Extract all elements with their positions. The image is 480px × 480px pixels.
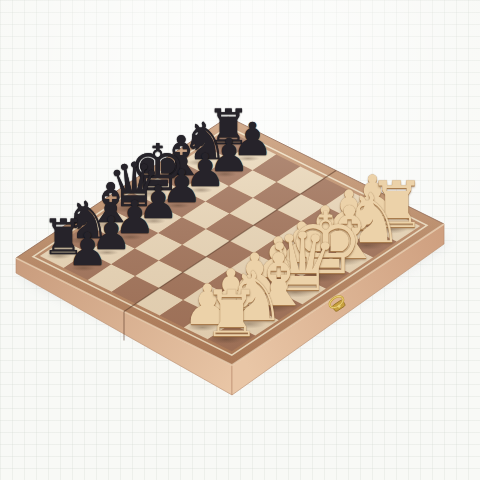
chess-board — [0, 0, 480, 480]
chess-set-photo: ♜♞♝♛♚♝♞♜♟♟♟♟♟♟♟♟♟♟♟♟♟♟♟♟♜♞♝♛♚♝♞♜ — [0, 0, 480, 480]
